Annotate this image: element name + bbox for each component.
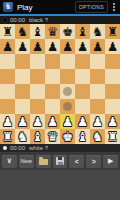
piece-white-queen: ♛: [47, 129, 58, 144]
square-g1[interactable]: ♞: [90, 129, 105, 144]
white-player-name: white ?: [29, 145, 48, 151]
options-button[interactable]: OPTIONS: [75, 1, 108, 13]
piece-white-pawn: ♟: [17, 114, 28, 129]
move-forward-button[interactable]: >: [86, 155, 101, 168]
square-h7[interactable]: ♟: [105, 39, 120, 54]
piece-black-pawn: ♟: [62, 39, 73, 54]
piece-white-knight: ♞: [17, 129, 28, 144]
square-e5[interactable]: [60, 69, 75, 84]
piece-white-pawn: ♟: [77, 114, 88, 129]
white-clock: 00:00: [10, 145, 25, 151]
piece-black-rook: ♜: [107, 24, 118, 39]
square-e4[interactable]: [60, 84, 75, 99]
square-c7[interactable]: ♟: [30, 39, 45, 54]
square-d6[interactable]: [45, 54, 60, 69]
square-d4[interactable]: [45, 84, 60, 99]
square-b8[interactable]: ♞: [15, 24, 30, 39]
square-g2[interactable]: ♟: [90, 114, 105, 129]
chevron-down-icon: ∨: [7, 157, 12, 166]
piece-white-rook: ♜: [2, 129, 13, 144]
piece-black-pawn: ♟: [17, 39, 28, 54]
square-a4[interactable]: [0, 84, 15, 99]
engine-play-button[interactable]: ▶: [103, 155, 118, 168]
square-h4[interactable]: [105, 84, 120, 99]
black-turn-dot: [3, 18, 7, 22]
piece-black-knight: ♞: [92, 24, 103, 39]
piece-white-rook: ♜: [107, 129, 118, 144]
square-f4[interactable]: [75, 84, 90, 99]
square-c2[interactable]: ♟: [30, 114, 45, 129]
piece-black-queen: ♛: [47, 24, 58, 39]
square-e2[interactable]: ♟: [60, 114, 75, 129]
piece-white-pawn: ♟: [2, 114, 13, 129]
square-h2[interactable]: ♟: [105, 114, 120, 129]
square-f5[interactable]: [75, 69, 90, 84]
new-game-label: New: [21, 158, 32, 164]
chevron-left-icon: <: [75, 157, 79, 165]
square-a6[interactable]: [0, 54, 15, 69]
square-d2[interactable]: ♟: [45, 114, 60, 129]
square-f6[interactable]: [75, 54, 90, 69]
piece-white-pawn: ♟: [32, 114, 43, 129]
piece-white-bishop: ♝: [77, 129, 88, 144]
square-h1[interactable]: ♜: [105, 129, 120, 144]
square-c1[interactable]: ♝: [30, 129, 45, 144]
white-turn-dot: [3, 146, 7, 150]
square-f8[interactable]: ♝: [75, 24, 90, 39]
piece-white-knight: ♞: [92, 129, 103, 144]
square-a1[interactable]: ♜: [0, 129, 15, 144]
piece-white-pawn: ♟: [107, 114, 118, 129]
square-g5[interactable]: [90, 69, 105, 84]
square-b7[interactable]: ♟: [15, 39, 30, 54]
square-b3[interactable]: [15, 99, 30, 114]
title-bar: ♞ Play OPTIONS: [0, 0, 120, 14]
square-f1[interactable]: ♝: [75, 129, 90, 144]
square-c4[interactable]: [30, 84, 45, 99]
square-e8[interactable]: ♚: [60, 24, 75, 39]
square-g8[interactable]: ♞: [90, 24, 105, 39]
square-b5[interactable]: [15, 69, 30, 84]
move-hint-dot[interactable]: [63, 102, 72, 111]
empty-area: [0, 170, 120, 200]
open-game-button[interactable]: [36, 155, 51, 168]
black-clock: 00:00: [10, 17, 25, 23]
move-back-button[interactable]: <: [69, 155, 84, 168]
piece-black-bishop: ♝: [77, 24, 88, 39]
collapse-toolbar-button[interactable]: ∨: [2, 155, 17, 168]
square-f2[interactable]: ♟: [75, 114, 90, 129]
square-d8[interactable]: ♛: [45, 24, 60, 39]
app-screen: ♞ Play OPTIONS 00:00 black ? ♜♞♝♛♚♝♞♜♟♟♟…: [0, 0, 120, 200]
square-c8[interactable]: ♝: [30, 24, 45, 39]
piece-white-pawn: ♟: [62, 114, 73, 129]
black-player-name: black ?: [29, 17, 48, 23]
square-h6[interactable]: [105, 54, 120, 69]
square-g3[interactable]: [90, 99, 105, 114]
save-game-button[interactable]: [53, 155, 68, 168]
piece-black-rook: ♜: [2, 24, 13, 39]
square-e1[interactable]: ♚: [60, 129, 75, 144]
square-f7[interactable]: ♟: [75, 39, 90, 54]
square-h8[interactable]: ♜: [105, 24, 120, 39]
folder-open-icon: [39, 159, 48, 165]
piece-black-pawn: ♟: [77, 39, 88, 54]
piece-black-pawn: ♟: [92, 39, 103, 54]
piece-black-king: ♚: [62, 24, 73, 39]
square-d5[interactable]: [45, 69, 60, 84]
square-a3[interactable]: [0, 99, 15, 114]
piece-black-pawn: ♟: [47, 39, 58, 54]
square-e3[interactable]: [60, 99, 75, 114]
piece-black-pawn: ♟: [32, 39, 43, 54]
chess-board: ♜♞♝♛♚♝♞♜♟♟♟♟♟♟♟♟♟♟♟♟♟♟♟♟♜♞♝♛♚♝♞♜: [0, 24, 120, 144]
square-b1[interactable]: ♞: [15, 129, 30, 144]
piece-white-pawn: ♟: [92, 114, 103, 129]
square-e6[interactable]: [60, 54, 75, 69]
piece-black-pawn: ♟: [2, 39, 13, 54]
move-hint-dot[interactable]: [63, 87, 72, 96]
square-g7[interactable]: ♟: [90, 39, 105, 54]
square-c6[interactable]: [30, 54, 45, 69]
toolbar: ∨ New < > ▶: [0, 152, 120, 170]
square-h3[interactable]: [105, 99, 120, 114]
square-d7[interactable]: ♟: [45, 39, 60, 54]
piece-black-pawn: ♟: [107, 39, 118, 54]
square-b2[interactable]: ♟: [15, 114, 30, 129]
piece-black-bishop: ♝: [32, 24, 43, 39]
piece-white-pawn: ♟: [47, 114, 58, 129]
black-player-bar: 00:00 black ?: [0, 16, 120, 24]
new-game-button[interactable]: New: [19, 155, 34, 168]
square-h5[interactable]: [105, 69, 120, 84]
square-g4[interactable]: [90, 84, 105, 99]
play-icon: ▶: [108, 157, 113, 165]
piece-white-bishop: ♝: [32, 129, 43, 144]
square-c5[interactable]: [30, 69, 45, 84]
piece-white-king: ♚: [62, 129, 73, 144]
square-a7[interactable]: ♟: [0, 39, 15, 54]
square-b6[interactable]: [15, 54, 30, 69]
piece-black-knight: ♞: [17, 24, 28, 39]
square-g6[interactable]: [90, 54, 105, 69]
chevron-right-icon: >: [92, 157, 96, 165]
square-a8[interactable]: ♜: [0, 24, 15, 39]
square-c3[interactable]: [30, 99, 45, 114]
square-f3[interactable]: [75, 99, 90, 114]
save-icon: [56, 157, 64, 165]
app-icon: ♞: [3, 2, 13, 12]
square-b4[interactable]: [15, 84, 30, 99]
square-a5[interactable]: [0, 69, 15, 84]
white-player-bar: 00:00 white ?: [0, 144, 120, 152]
square-d3[interactable]: [45, 99, 60, 114]
overflow-menu-icon[interactable]: [111, 2, 117, 12]
page-title: Play: [17, 3, 75, 12]
square-d1[interactable]: ♛: [45, 129, 60, 144]
square-a2[interactable]: ♟: [0, 114, 15, 129]
square-e7[interactable]: ♟: [60, 39, 75, 54]
